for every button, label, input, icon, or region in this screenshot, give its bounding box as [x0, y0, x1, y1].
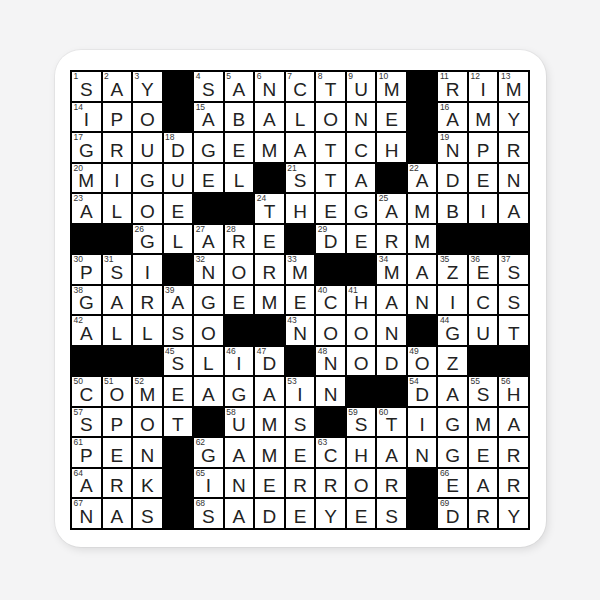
clue-number: 58 [226, 408, 235, 417]
cell-letter: R [446, 80, 460, 101]
cell-r14c5[interactable]: 65I [194, 469, 223, 498]
cell-r5c12[interactable]: M [408, 194, 437, 223]
cell-letter: R [385, 232, 399, 253]
cell-r7c7[interactable]: R [255, 255, 284, 284]
cell-r14c15[interactable]: R [499, 469, 528, 498]
cell-letter: A [263, 110, 276, 131]
cell-letter: O [415, 354, 430, 375]
cell-letter: S [172, 324, 185, 345]
cell-r8c1[interactable]: 38G [72, 286, 101, 315]
clue-number: 8 [318, 72, 323, 81]
cell-letter: A [355, 171, 368, 192]
cell-r13c15[interactable]: R [499, 438, 528, 467]
cell-letter: I [84, 110, 89, 131]
cell-r12c7[interactable]: M [255, 408, 284, 437]
cell-r11c15[interactable]: 56H [499, 377, 528, 406]
clue-number: 59 [348, 408, 357, 417]
cell-r5c1[interactable]: 23A [72, 194, 101, 223]
cell-letter: R [110, 141, 124, 162]
cell-r7c5[interactable]: 32N [194, 255, 223, 284]
cell-r8c4[interactable]: 39A [164, 286, 193, 315]
cell-r2c2[interactable]: P [103, 103, 132, 132]
cell-r6c9[interactable]: 29D [316, 225, 345, 254]
cell-r6c12[interactable]: M [408, 225, 437, 254]
cell-letter: O [354, 354, 369, 375]
cell-r1c9[interactable]: 8T [316, 72, 345, 101]
cell-r3c10[interactable]: C [347, 133, 376, 162]
cell-r3c8[interactable]: A [286, 133, 315, 162]
cell-r3c11[interactable]: H [377, 133, 406, 162]
cell-r1c2[interactable]: 2A [103, 72, 132, 101]
clue-number: 63 [318, 438, 327, 447]
cell-letter: I [114, 171, 119, 192]
cell-r8c2[interactable]: A [103, 286, 132, 315]
cell-letter: R [385, 476, 399, 497]
cell-r10c12[interactable]: 49O [408, 347, 437, 376]
cell-letter: A [80, 324, 93, 345]
block-cell-r4c7 [255, 164, 284, 193]
cell-r1c7[interactable]: 6N [255, 72, 284, 101]
cell-letter: S [294, 171, 307, 192]
clue-number: 25 [379, 194, 388, 203]
cell-r4c10[interactable]: A [347, 164, 376, 193]
cell-r2c8[interactable]: L [286, 103, 315, 132]
cell-letter: C [324, 446, 338, 467]
cell-r11c6[interactable]: G [225, 377, 254, 406]
cell-r8c15[interactable]: S [499, 286, 528, 315]
cell-letter: O [109, 385, 124, 406]
cell-r2c6[interactable]: B [225, 103, 254, 132]
cell-r1c11[interactable]: 10M [377, 72, 406, 101]
cell-r11c12[interactable]: 54D [408, 377, 437, 406]
cell-r10c10[interactable]: O [347, 347, 376, 376]
cell-r11c8[interactable]: 53I [286, 377, 315, 406]
cell-letter: K [141, 476, 154, 497]
cell-r15c15[interactable]: Y [499, 499, 528, 528]
cell-letter: A [202, 385, 215, 406]
cell-r7c1[interactable]: 30P [72, 255, 101, 284]
cell-letter: E [172, 202, 185, 223]
cell-letter: G [232, 385, 247, 406]
cell-r15c11[interactable]: S [377, 499, 406, 528]
cell-r1c10[interactable]: 9U [347, 72, 376, 101]
cell-r7c2[interactable]: 31S [103, 255, 132, 284]
cell-r8c11[interactable]: A [377, 286, 406, 315]
cell-r3c9[interactable]: T [316, 133, 345, 162]
cell-r5c11[interactable]: 25A [377, 194, 406, 223]
cell-letter: S [80, 415, 93, 436]
cell-letter: M [506, 80, 522, 101]
cell-r12c2[interactable]: P [103, 408, 132, 437]
cell-r9c10[interactable]: O [347, 316, 376, 345]
cell-r10c7[interactable]: 47D [255, 347, 284, 376]
cell-r2c3[interactable]: O [133, 103, 162, 132]
cell-r8c14[interactable]: C [469, 286, 498, 315]
cell-r12c3[interactable]: O [133, 408, 162, 437]
cell-r14c1[interactable]: 64A [72, 469, 101, 498]
cell-letter: N [354, 110, 368, 131]
block-cell-r6c1 [72, 225, 101, 254]
cell-r6c3[interactable]: 26G [133, 225, 162, 254]
cell-r1c6[interactable]: 5A [225, 72, 254, 101]
cell-r14c2[interactable]: R [103, 469, 132, 498]
cell-r4c14[interactable]: E [469, 164, 498, 193]
clue-number: 56 [501, 377, 510, 386]
cell-r13c6[interactable]: A [225, 438, 254, 467]
cell-r1c8[interactable]: 7C [286, 72, 315, 101]
cell-r7c3[interactable]: I [133, 255, 162, 284]
block-cell-r5c6 [225, 194, 254, 223]
cell-r2c15[interactable]: Y [499, 103, 528, 132]
cell-letter: E [263, 232, 276, 253]
cell-letter: A [80, 202, 93, 223]
cell-r10c6[interactable]: 46I [225, 347, 254, 376]
cell-letter: Y [507, 110, 520, 131]
cell-letter: E [233, 293, 246, 314]
block-cell-r2c4 [164, 103, 193, 132]
cell-r2c14[interactable]: M [469, 103, 498, 132]
cell-r5c2[interactable]: L [103, 194, 132, 223]
clue-number: 22 [409, 164, 418, 173]
cell-r11c7[interactable]: A [255, 377, 284, 406]
cell-letter: P [477, 141, 490, 162]
cell-r13c11[interactable]: A [377, 438, 406, 467]
cell-r2c11[interactable]: E [377, 103, 406, 132]
cell-letter: M [262, 446, 278, 467]
cell-letter: O [140, 202, 155, 223]
cell-letter: S [477, 385, 490, 406]
cell-r14c6[interactable]: N [225, 469, 254, 498]
cell-r13c12[interactable]: N [408, 438, 437, 467]
cell-letter: U [232, 415, 246, 436]
cell-r4c1[interactable]: 20M [72, 164, 101, 193]
cell-r3c5[interactable]: G [194, 133, 223, 162]
cell-letter: M [262, 141, 278, 162]
cell-r7c15[interactable]: 37S [499, 255, 528, 284]
cell-r13c7[interactable]: M [255, 438, 284, 467]
cell-r6c5[interactable]: 27A [194, 225, 223, 254]
cell-r15c2[interactable]: A [103, 499, 132, 528]
cell-r8c13[interactable]: I [438, 286, 467, 315]
cell-r6c7[interactable]: E [255, 225, 284, 254]
cell-r6c4[interactable]: L [164, 225, 193, 254]
cell-letter: I [145, 263, 150, 284]
cell-r3c1[interactable]: 17G [72, 133, 101, 162]
cell-r9c11[interactable]: N [377, 316, 406, 345]
cell-r4c12[interactable]: 22A [408, 164, 437, 193]
cell-r14c14[interactable]: A [469, 469, 498, 498]
cell-letter: I [297, 385, 302, 406]
cell-r6c11[interactable]: R [377, 225, 406, 254]
cell-letter: S [202, 80, 215, 101]
cell-r5c15[interactable]: A [499, 194, 528, 223]
page-background: 1S2A3Y4S5A6N7C8T9U10M11R12I13M14IPO15ABA… [0, 0, 600, 600]
cell-letter: N [385, 324, 399, 345]
cell-letter: R [476, 507, 490, 528]
cell-letter: O [140, 415, 155, 436]
clue-number: 5 [226, 72, 231, 81]
cell-r1c15[interactable]: 13M [499, 72, 528, 101]
cell-letter: N [79, 507, 93, 528]
cell-r12c10[interactable]: 59S [347, 408, 376, 437]
block-cell-r9c7 [255, 316, 284, 345]
cell-r9c5[interactable]: O [194, 316, 223, 345]
cell-letter: C [324, 293, 338, 314]
cell-r3c2[interactable]: R [103, 133, 132, 162]
cell-letter: L [112, 324, 123, 345]
cell-r13c10[interactable]: H [347, 438, 376, 467]
cell-r15c8[interactable]: E [286, 499, 315, 528]
cell-letter: P [110, 110, 123, 131]
cell-r11c14[interactable]: 55S [469, 377, 498, 406]
cell-r14c13[interactable]: 66E [438, 469, 467, 498]
cell-r15c10[interactable]: E [347, 499, 376, 528]
cell-r13c1[interactable]: 61P [72, 438, 101, 467]
cell-r9c15[interactable]: T [499, 316, 528, 345]
cell-letter: E [294, 507, 307, 528]
crossword-sticker: 1S2A3Y4S5A6N7C8T9U10M11R12I13M14IPO15ABA… [55, 50, 546, 547]
cell-r3c14[interactable]: P [469, 133, 498, 162]
cell-r8c3[interactable]: R [133, 286, 162, 315]
cell-r7c14[interactable]: 36E [469, 255, 498, 284]
cell-r12c1[interactable]: 57S [72, 408, 101, 437]
cell-r14c7[interactable]: E [255, 469, 284, 498]
cell-r14c9[interactable]: R [316, 469, 345, 498]
cell-r12c11[interactable]: 60T [377, 408, 406, 437]
cell-r9c2[interactable]: L [103, 316, 132, 345]
cell-r9c1[interactable]: 42A [72, 316, 101, 345]
cell-r10c13[interactable]: Z [438, 347, 467, 376]
cell-r1c5[interactable]: 4S [194, 72, 223, 101]
cell-r12c13[interactable]: G [438, 408, 467, 437]
cell-r5c10[interactable]: G [347, 194, 376, 223]
cell-r5c8[interactable]: H [286, 194, 315, 223]
block-cell-r11c11 [377, 377, 406, 406]
cell-r8c8[interactable]: E [286, 286, 315, 315]
cell-r9c4[interactable]: S [164, 316, 193, 345]
cell-r1c3[interactable]: 3Y [133, 72, 162, 101]
cell-r13c8[interactable]: E [286, 438, 315, 467]
clue-number: 17 [74, 133, 83, 142]
cell-r4c9[interactable]: T [316, 164, 345, 193]
cell-r9c14[interactable]: U [469, 316, 498, 345]
cell-r2c5[interactable]: 15A [194, 103, 223, 132]
cell-letter: C [79, 385, 93, 406]
cell-r4c4[interactable]: U [164, 164, 193, 193]
cell-letter: E [294, 446, 307, 467]
clue-number: 2 [104, 72, 109, 81]
cell-letter: S [385, 507, 398, 528]
cell-r3c13[interactable]: 19N [438, 133, 467, 162]
cell-r4c13[interactable]: D [438, 164, 467, 193]
cell-r4c5[interactable]: E [194, 164, 223, 193]
cell-r5c3[interactable]: O [133, 194, 162, 223]
cell-r13c14[interactable]: E [469, 438, 498, 467]
cell-r11c4[interactable]: E [164, 377, 193, 406]
cell-r5c14[interactable]: I [469, 194, 498, 223]
cell-r2c7[interactable]: A [255, 103, 284, 132]
cell-letter: D [446, 507, 460, 528]
cell-r2c9[interactable]: O [316, 103, 345, 132]
cell-letter: L [173, 232, 184, 253]
cell-r11c13[interactable]: A [438, 377, 467, 406]
cell-letter: S [172, 354, 185, 375]
cell-letter: G [140, 232, 155, 253]
clue-number: 29 [318, 225, 327, 234]
cell-letter: E [324, 202, 337, 223]
cell-r15c14[interactable]: R [469, 499, 498, 528]
cell-r7c8[interactable]: 33M [286, 255, 315, 284]
cell-r5c13[interactable]: B [438, 194, 467, 223]
cell-r5c9[interactable]: E [316, 194, 345, 223]
cell-r6c6[interactable]: 28R [225, 225, 254, 254]
block-cell-r6c14 [469, 225, 498, 254]
cell-letter: A [385, 446, 398, 467]
cell-letter: R [507, 446, 521, 467]
cell-letter: M [384, 263, 400, 284]
clue-number: 21 [287, 164, 296, 173]
cell-r11c9[interactable]: N [316, 377, 345, 406]
cell-r11c1[interactable]: 50C [72, 377, 101, 406]
cell-r8c12[interactable]: N [408, 286, 437, 315]
cell-r11c2[interactable]: 51O [103, 377, 132, 406]
cell-letter: P [80, 263, 93, 284]
cell-r14c3[interactable]: K [133, 469, 162, 498]
block-cell-r9c6 [225, 316, 254, 345]
cell-r8c5[interactable]: G [194, 286, 223, 315]
cell-r9c8[interactable]: 43N [286, 316, 315, 345]
cell-r3c6[interactable]: E [225, 133, 254, 162]
cell-r1c14[interactable]: 12I [469, 72, 498, 101]
cell-r14c10[interactable]: O [347, 469, 376, 498]
cell-r4c6[interactable]: L [225, 164, 254, 193]
cell-r15c1[interactable]: 67N [72, 499, 101, 528]
cell-letter: M [475, 110, 491, 131]
cell-r2c10[interactable]: N [347, 103, 376, 132]
cell-r12c14[interactable]: M [469, 408, 498, 437]
cell-letter: R [324, 476, 338, 497]
cell-letter: T [264, 202, 276, 223]
cell-letter: D [446, 171, 460, 192]
block-cell-r12c9 [316, 408, 345, 437]
cell-r3c4[interactable]: 18D [164, 133, 193, 162]
cell-r13c9[interactable]: 63C [316, 438, 345, 467]
cell-r3c15[interactable]: R [499, 133, 528, 162]
clue-number: 24 [257, 194, 266, 203]
cell-letter: C [293, 80, 307, 101]
clue-number: 23 [74, 194, 83, 203]
cell-letter: N [507, 171, 521, 192]
cell-r4c2[interactable]: I [103, 164, 132, 193]
cell-r2c13[interactable]: 16A [438, 103, 467, 132]
cell-r9c13[interactable]: 44G [438, 316, 467, 345]
cell-r13c13[interactable]: G [438, 438, 467, 467]
cell-r6c10[interactable]: E [347, 225, 376, 254]
clue-number: 61 [74, 438, 83, 447]
clue-number: 11 [440, 72, 449, 81]
cell-letter: A [202, 232, 215, 253]
cell-r10c5[interactable]: L [194, 347, 223, 376]
clue-number: 7 [287, 72, 292, 81]
cell-r7c11[interactable]: 34M [377, 255, 406, 284]
clue-number: 57 [74, 408, 83, 417]
cell-r5c4[interactable]: E [164, 194, 193, 223]
cell-r2c1[interactable]: 14I [72, 103, 101, 132]
cell-letter: E [355, 232, 368, 253]
block-cell-r6c13 [438, 225, 467, 254]
cell-r8c9[interactable]: 40C [316, 286, 345, 315]
cell-r10c4[interactable]: 45S [164, 347, 193, 376]
clue-number: 27 [196, 225, 205, 234]
cell-r11c3[interactable]: 52M [133, 377, 162, 406]
cell-r7c13[interactable]: 35Z [438, 255, 467, 284]
cell-r12c4[interactable]: T [164, 408, 193, 437]
cell-r13c5[interactable]: 62G [194, 438, 223, 467]
cell-letter: G [445, 324, 460, 345]
cell-letter: R [110, 476, 124, 497]
cell-letter: D [415, 385, 429, 406]
cell-r8c6[interactable]: E [225, 286, 254, 315]
cell-letter: A [507, 202, 520, 223]
cell-r1c1[interactable]: 1S [72, 72, 101, 101]
cell-r7c12[interactable]: A [408, 255, 437, 284]
cell-r13c2[interactable]: E [103, 438, 132, 467]
cell-r15c9[interactable]: Y [316, 499, 345, 528]
cell-r14c8[interactable]: R [286, 469, 315, 498]
block-cell-r7c10 [347, 255, 376, 284]
cell-r12c15[interactable]: A [499, 408, 528, 437]
cell-r15c3[interactable]: S [133, 499, 162, 528]
crossword-grid: 1S2A3Y4S5A6N7C8T9U10M11R12I13M14IPO15ABA… [70, 70, 530, 530]
cell-r10c9[interactable]: 48N [316, 347, 345, 376]
block-cell-r10c14 [469, 347, 498, 376]
cell-r15c13[interactable]: 69D [438, 499, 467, 528]
cell-letter: G [354, 202, 369, 223]
cell-letter: T [172, 415, 184, 436]
cell-r3c7[interactable]: M [255, 133, 284, 162]
cell-r3c3[interactable]: U [133, 133, 162, 162]
cell-r12c12[interactable]: I [408, 408, 437, 437]
cell-r11c5[interactable]: A [194, 377, 223, 406]
cell-r9c3[interactable]: L [133, 316, 162, 345]
cell-r15c7[interactable]: D [255, 499, 284, 528]
cell-letter: C [354, 141, 368, 162]
clue-number: 32 [196, 255, 205, 264]
cell-r8c10[interactable]: 41H [347, 286, 376, 315]
clue-number: 48 [318, 347, 327, 356]
cell-r14c11[interactable]: R [377, 469, 406, 498]
cell-r10c11[interactable]: D [377, 347, 406, 376]
clue-number: 12 [470, 72, 479, 81]
cell-r4c8[interactable]: 21S [286, 164, 315, 193]
cell-r15c5[interactable]: 68S [194, 499, 223, 528]
cell-r12c6[interactable]: 58U [225, 408, 254, 437]
cell-r9c9[interactable]: O [316, 316, 345, 345]
cell-r13c3[interactable]: N [133, 438, 162, 467]
cell-r12c8[interactable]: S [286, 408, 315, 437]
cell-r5c7[interactable]: 24T [255, 194, 284, 223]
cell-letter: H [354, 293, 368, 314]
cell-r4c15[interactable]: N [499, 164, 528, 193]
cell-r7c6[interactable]: O [225, 255, 254, 284]
cell-r1c13[interactable]: 11R [438, 72, 467, 101]
clue-number: 13 [501, 72, 510, 81]
cell-letter: E [355, 507, 368, 528]
cell-r8c7[interactable]: M [255, 286, 284, 315]
cell-r15c6[interactable]: A [225, 499, 254, 528]
cell-letter: R [140, 293, 154, 314]
cell-r4c3[interactable]: G [133, 164, 162, 193]
